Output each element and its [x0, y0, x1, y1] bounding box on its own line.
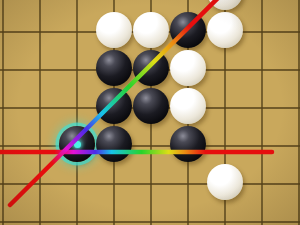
rainbow-line-diagonal [10, 0, 219, 205]
gomoku-board[interactable] [0, 0, 300, 225]
rainbow-lines-overlay [0, 0, 300, 225]
